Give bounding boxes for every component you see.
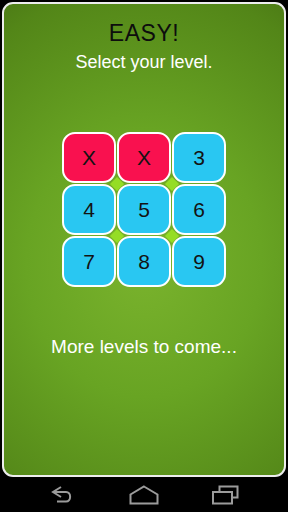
footer-text: More levels to come...: [4, 336, 284, 358]
home-icon: [129, 485, 159, 505]
level-cell-6[interactable]: 6: [172, 184, 226, 235]
recents-icon: [211, 485, 241, 505]
subtitle: Select your level.: [4, 52, 284, 73]
level-cell-8[interactable]: 8: [117, 236, 171, 287]
recents-button[interactable]: [185, 477, 267, 512]
level-cell-3[interactable]: 3: [172, 132, 226, 183]
level-cell-7[interactable]: 7: [62, 236, 116, 287]
level-cell-5[interactable]: 5: [117, 184, 171, 235]
level-cell-1[interactable]: X: [62, 132, 116, 183]
level-cell-9[interactable]: 9: [172, 236, 226, 287]
level-cell-4[interactable]: 4: [62, 184, 116, 235]
android-nav-bar: [0, 477, 288, 512]
phone-screen: EASY! Select your level. X X 3 4 5 6 7 8…: [2, 2, 286, 477]
level-grid: X X 3 4 5 6 7 8 9: [62, 132, 226, 287]
back-icon: [50, 485, 75, 504]
back-button[interactable]: [21, 477, 103, 512]
page-title: EASY!: [4, 4, 284, 47]
level-cell-2[interactable]: X: [117, 132, 171, 183]
home-button[interactable]: [103, 477, 185, 512]
